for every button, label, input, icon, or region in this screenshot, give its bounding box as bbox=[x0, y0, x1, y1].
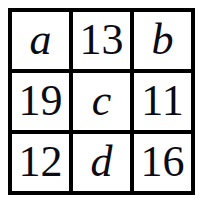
cell-value-12: 12 bbox=[19, 140, 63, 184]
puzzle-diagram: a 13 b 19 c 11 12 d 16 bbox=[0, 0, 203, 203]
cell-r1c1: c bbox=[73, 73, 130, 130]
cell-r1c0: 19 bbox=[12, 73, 69, 130]
cell-r2c1: d bbox=[73, 134, 130, 191]
cell-value-a: a bbox=[30, 18, 52, 62]
cell-r0c1: 13 bbox=[73, 12, 130, 69]
cell-value-13: 13 bbox=[80, 18, 124, 62]
magic-square-grid: a 13 b 19 c 11 12 d 16 bbox=[8, 8, 195, 195]
cell-r0c0: a bbox=[12, 12, 69, 69]
cell-value-d: d bbox=[91, 140, 113, 184]
cell-r0c2: b bbox=[134, 12, 191, 69]
cell-value-11: 11 bbox=[141, 79, 183, 123]
cell-value-b: b bbox=[152, 18, 174, 62]
cell-r1c2: 11 bbox=[134, 73, 191, 130]
cell-r2c2: 16 bbox=[134, 134, 191, 191]
cell-value-19: 19 bbox=[19, 79, 63, 123]
cell-value-c: c bbox=[92, 79, 112, 123]
cell-r2c0: 12 bbox=[12, 134, 69, 191]
cell-value-16: 16 bbox=[141, 140, 185, 184]
